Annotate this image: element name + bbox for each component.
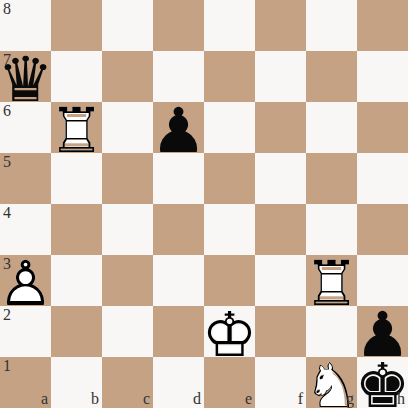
rank-label-5: 5 xyxy=(3,154,11,170)
square-d6[interactable]: ♟ xyxy=(153,102,204,153)
square-b7[interactable] xyxy=(51,51,102,102)
square-c3[interactable] xyxy=(102,255,153,306)
square-e3[interactable] xyxy=(204,255,255,306)
square-e1[interactable]: e xyxy=(204,357,255,408)
black-queen-a7[interactable]: ♛ xyxy=(0,51,51,102)
file-label-e: e xyxy=(245,391,252,407)
square-d1[interactable]: d xyxy=(153,357,204,408)
white-knight-g1[interactable]: ♞♘ xyxy=(306,357,357,408)
file-label-d: d xyxy=(193,391,201,407)
square-h8[interactable] xyxy=(357,0,408,51)
square-a1[interactable]: 1a xyxy=(0,357,51,408)
square-d4[interactable] xyxy=(153,204,204,255)
rank-label-6: 6 xyxy=(3,103,11,119)
square-c6[interactable] xyxy=(102,102,153,153)
white-knight-outline: ♘ xyxy=(306,360,357,408)
chess-board: 87♛6♜♖♟543♟♙♜♖2♚♔♟1abcdefg♞♘h♚ xyxy=(0,0,408,408)
white-rook-fill: ♜ xyxy=(306,258,357,309)
square-f8[interactable] xyxy=(255,0,306,51)
file-label-c: c xyxy=(143,391,150,407)
square-c4[interactable] xyxy=(102,204,153,255)
file-label-f: f xyxy=(298,391,303,407)
square-b3[interactable] xyxy=(51,255,102,306)
square-h2[interactable]: ♟ xyxy=(357,306,408,357)
square-g6[interactable] xyxy=(306,102,357,153)
black-king-h1[interactable]: ♚ xyxy=(357,357,408,408)
file-label-a: a xyxy=(41,391,48,407)
black-king-glyph: ♚ xyxy=(357,360,408,408)
square-c8[interactable] xyxy=(102,0,153,51)
square-e6[interactable] xyxy=(204,102,255,153)
square-g2[interactable] xyxy=(306,306,357,357)
square-f7[interactable] xyxy=(255,51,306,102)
rank-label-2: 2 xyxy=(3,307,11,323)
black-pawn-d6[interactable]: ♟ xyxy=(153,102,204,153)
square-d5[interactable] xyxy=(153,153,204,204)
square-e2[interactable]: ♚♔ xyxy=(204,306,255,357)
square-c7[interactable] xyxy=(102,51,153,102)
square-f6[interactable] xyxy=(255,102,306,153)
square-b8[interactable] xyxy=(51,0,102,51)
square-h1[interactable]: h♚ xyxy=(357,357,408,408)
rank-label-8: 8 xyxy=(3,1,11,17)
square-d2[interactable] xyxy=(153,306,204,357)
square-h6[interactable] xyxy=(357,102,408,153)
square-f4[interactable] xyxy=(255,204,306,255)
square-a7[interactable]: 7♛ xyxy=(0,51,51,102)
square-b1[interactable]: b xyxy=(51,357,102,408)
square-d7[interactable] xyxy=(153,51,204,102)
square-a2[interactable]: 2 xyxy=(0,306,51,357)
white-pawn-outline: ♙ xyxy=(0,258,51,309)
square-e7[interactable] xyxy=(204,51,255,102)
square-g7[interactable] xyxy=(306,51,357,102)
square-c1[interactable]: c xyxy=(102,357,153,408)
black-pawn-glyph: ♟ xyxy=(153,105,204,156)
square-f3[interactable] xyxy=(255,255,306,306)
square-g1[interactable]: g♞♘ xyxy=(306,357,357,408)
square-b5[interactable] xyxy=(51,153,102,204)
black-pawn-glyph: ♟ xyxy=(357,309,408,360)
rank-label-4: 4 xyxy=(3,205,11,221)
white-rook-b6[interactable]: ♜♖ xyxy=(51,102,102,153)
square-f1[interactable]: f xyxy=(255,357,306,408)
square-c2[interactable] xyxy=(102,306,153,357)
square-f5[interactable] xyxy=(255,153,306,204)
white-pawn-fill: ♟ xyxy=(0,258,51,309)
square-b6[interactable]: ♜♖ xyxy=(51,102,102,153)
square-a4[interactable]: 4 xyxy=(0,204,51,255)
square-h5[interactable] xyxy=(357,153,408,204)
square-e8[interactable] xyxy=(204,0,255,51)
square-g5[interactable] xyxy=(306,153,357,204)
white-knight-fill: ♞ xyxy=(306,360,357,408)
square-a6[interactable]: 6 xyxy=(0,102,51,153)
chess-board-wrap: 87♛6♜♖♟543♟♙♜♖2♚♔♟1abcdefg♞♘h♚ xyxy=(0,0,408,408)
black-pawn-h2[interactable]: ♟ xyxy=(357,306,408,357)
square-d8[interactable] xyxy=(153,0,204,51)
white-pawn-a3[interactable]: ♟♙ xyxy=(0,255,51,306)
square-e4[interactable] xyxy=(204,204,255,255)
white-rook-outline: ♖ xyxy=(306,258,357,309)
white-rook-g3[interactable]: ♜♖ xyxy=(306,255,357,306)
square-d3[interactable] xyxy=(153,255,204,306)
square-h3[interactable] xyxy=(357,255,408,306)
square-a3[interactable]: 3♟♙ xyxy=(0,255,51,306)
square-g8[interactable] xyxy=(306,0,357,51)
square-h7[interactable] xyxy=(357,51,408,102)
black-queen-glyph: ♛ xyxy=(0,54,51,105)
square-g3[interactable]: ♜♖ xyxy=(306,255,357,306)
white-rook-outline: ♖ xyxy=(51,105,102,156)
square-e5[interactable] xyxy=(204,153,255,204)
square-g4[interactable] xyxy=(306,204,357,255)
square-f2[interactable] xyxy=(255,306,306,357)
square-h4[interactable] xyxy=(357,204,408,255)
white-king-e2[interactable]: ♚♔ xyxy=(204,306,255,357)
rank-label-1: 1 xyxy=(3,358,11,374)
white-rook-fill: ♜ xyxy=(51,105,102,156)
file-label-b: b xyxy=(91,391,99,407)
white-king-fill: ♚ xyxy=(204,309,255,360)
square-a8[interactable]: 8 xyxy=(0,0,51,51)
square-b2[interactable] xyxy=(51,306,102,357)
white-king-outline: ♔ xyxy=(204,309,255,360)
square-c5[interactable] xyxy=(102,153,153,204)
square-b4[interactable] xyxy=(51,204,102,255)
square-a5[interactable]: 5 xyxy=(0,153,51,204)
